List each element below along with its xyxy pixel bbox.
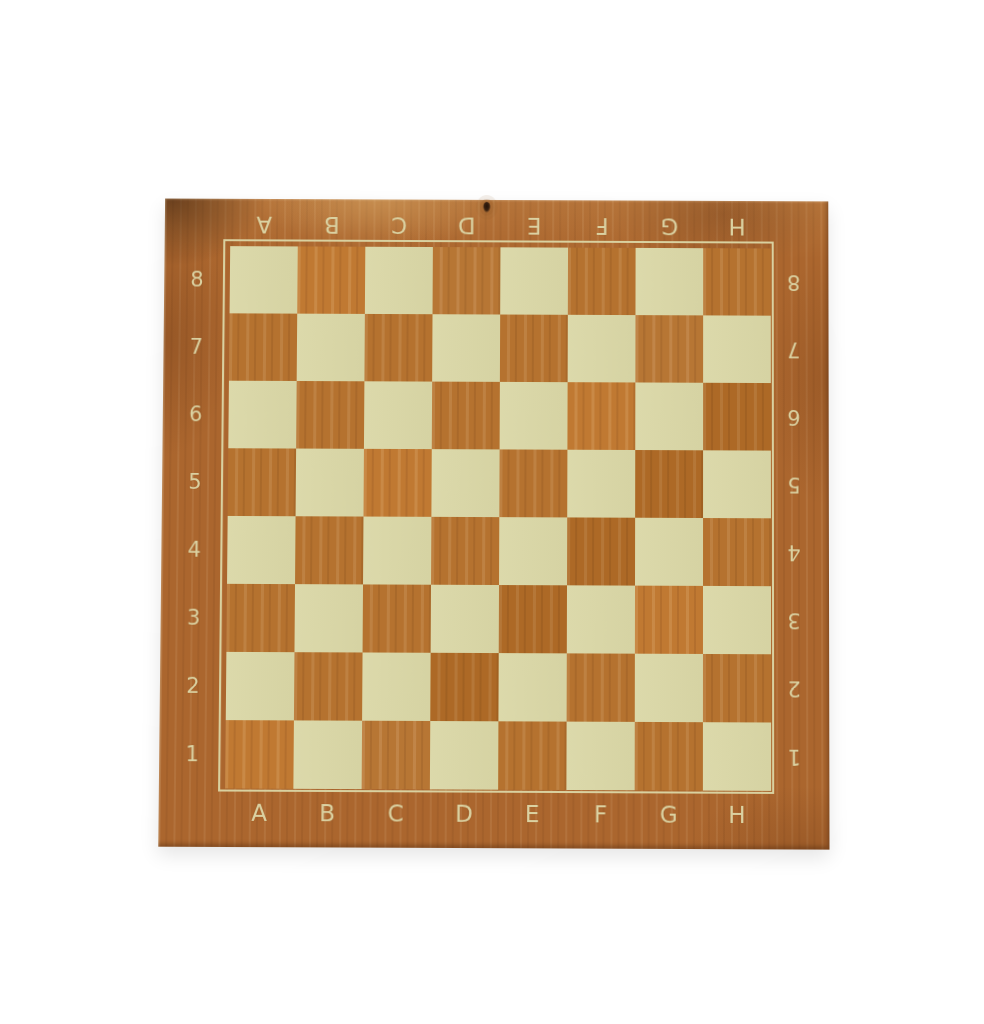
file-label-top-h: H	[703, 213, 771, 241]
square-c5[interactable]	[363, 449, 431, 517]
board-squares	[225, 246, 771, 791]
square-c1[interactable]	[362, 721, 431, 790]
square-h1[interactable]	[703, 722, 771, 791]
square-d8[interactable]	[433, 247, 501, 314]
rank-labels-left: 87654321	[179, 246, 210, 788]
square-f3[interactable]	[567, 585, 635, 653]
rank-label-left-7: 7	[183, 313, 210, 380]
square-a1[interactable]	[225, 720, 294, 789]
square-a4[interactable]	[227, 516, 296, 584]
rank-label-left-2: 2	[180, 652, 207, 720]
square-a2[interactable]	[226, 652, 295, 721]
square-f2[interactable]	[567, 653, 635, 722]
rank-label-right-2: 2	[781, 654, 807, 722]
chess-board: ABCDEFGH 87654321 87654321 ABCDEFGH	[158, 199, 829, 850]
file-label-bottom-g: G	[635, 800, 703, 829]
rank-label-right-8: 8	[781, 249, 807, 316]
square-c6[interactable]	[364, 381, 432, 449]
square-g8[interactable]	[635, 248, 703, 315]
square-d4[interactable]	[431, 517, 499, 585]
square-e7[interactable]	[500, 315, 568, 383]
square-f5[interactable]	[567, 450, 635, 518]
file-labels-bottom: ABCDEFGH	[225, 799, 771, 830]
square-h3[interactable]	[703, 586, 771, 654]
square-c8[interactable]	[365, 247, 433, 314]
file-label-bottom-d: D	[430, 799, 498, 828]
page-background: ABCDEFGH 87654321 87654321 ABCDEFGH	[0, 0, 984, 1024]
file-label-bottom-f: F	[566, 800, 634, 829]
file-label-top-g: G	[636, 212, 704, 240]
rank-label-right-4: 4	[781, 518, 807, 586]
square-b7[interactable]	[297, 314, 365, 382]
square-d2[interactable]	[430, 653, 498, 722]
square-g3[interactable]	[635, 586, 703, 654]
square-g6[interactable]	[635, 382, 703, 450]
square-g7[interactable]	[635, 315, 703, 383]
square-f4[interactable]	[567, 517, 635, 585]
file-labels-top: ABCDEFGH	[230, 211, 770, 241]
file-label-top-d: D	[433, 212, 501, 240]
square-b8[interactable]	[297, 246, 365, 313]
square-e2[interactable]	[498, 653, 566, 722]
square-h5[interactable]	[703, 450, 771, 518]
square-h2[interactable]	[703, 654, 771, 723]
square-d5[interactable]	[431, 449, 499, 517]
square-g1[interactable]	[635, 722, 703, 791]
square-e5[interactable]	[499, 449, 567, 517]
file-label-bottom-e: E	[498, 800, 566, 829]
rank-label-right-5: 5	[781, 451, 807, 519]
file-label-top-f: F	[568, 212, 636, 240]
square-c4[interactable]	[363, 517, 431, 585]
square-e3[interactable]	[499, 585, 567, 653]
square-a5[interactable]	[228, 448, 296, 516]
file-label-bottom-h: H	[703, 801, 771, 830]
rank-label-left-5: 5	[182, 448, 209, 516]
file-label-top-a: A	[230, 211, 298, 239]
square-e6[interactable]	[500, 382, 568, 450]
square-d3[interactable]	[431, 585, 499, 653]
rank-label-right-6: 6	[781, 383, 807, 451]
rank-label-right-3: 3	[781, 586, 807, 654]
square-f8[interactable]	[568, 248, 636, 315]
square-b3[interactable]	[294, 584, 363, 652]
square-d1[interactable]	[430, 721, 499, 790]
square-e1[interactable]	[498, 721, 566, 790]
square-h4[interactable]	[703, 518, 771, 586]
rank-label-left-6: 6	[182, 381, 209, 449]
file-label-top-c: C	[365, 211, 433, 239]
square-b2[interactable]	[294, 652, 363, 721]
square-a6[interactable]	[228, 381, 296, 449]
square-c3[interactable]	[363, 584, 431, 652]
square-g4[interactable]	[635, 518, 703, 586]
square-b4[interactable]	[295, 516, 363, 584]
square-a7[interactable]	[229, 313, 297, 381]
square-b1[interactable]	[293, 720, 362, 789]
square-c2[interactable]	[362, 652, 431, 721]
square-e8[interactable]	[500, 247, 568, 314]
square-f1[interactable]	[566, 722, 634, 791]
square-f6[interactable]	[567, 382, 635, 450]
square-h8[interactable]	[703, 248, 771, 315]
square-h7[interactable]	[703, 315, 771, 383]
square-e4[interactable]	[499, 517, 567, 585]
rank-label-right-1: 1	[781, 723, 807, 792]
rank-label-left-1: 1	[179, 720, 206, 789]
file-label-bottom-a: A	[225, 799, 294, 828]
square-h6[interactable]	[703, 383, 771, 451]
square-d6[interactable]	[432, 382, 500, 450]
rank-label-left-4: 4	[181, 516, 208, 584]
square-a8[interactable]	[230, 246, 298, 313]
square-c7[interactable]	[364, 314, 432, 382]
square-g2[interactable]	[635, 654, 703, 723]
square-b5[interactable]	[296, 449, 364, 517]
rank-label-left-3: 3	[180, 584, 207, 652]
rank-labels-right: 87654321	[781, 249, 808, 792]
rank-label-right-7: 7	[781, 316, 807, 383]
square-g5[interactable]	[635, 450, 703, 518]
file-label-top-b: B	[298, 211, 366, 239]
square-b6[interactable]	[296, 381, 364, 449]
file-label-bottom-c: C	[361, 799, 429, 828]
file-label-top-e: E	[500, 212, 568, 240]
file-label-bottom-b: B	[293, 799, 361, 828]
square-a3[interactable]	[226, 584, 295, 652]
square-d7[interactable]	[432, 314, 500, 382]
square-f7[interactable]	[568, 315, 636, 383]
rank-label-left-8: 8	[184, 246, 211, 313]
